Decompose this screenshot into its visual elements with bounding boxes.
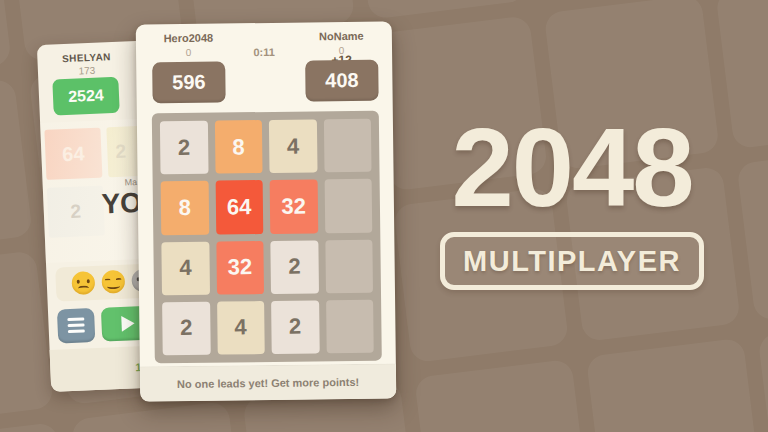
player2-score-box: 408: [305, 60, 378, 102]
emoji-frown-mouth: [78, 285, 89, 291]
empty-cell-r2c4: [324, 179, 372, 233]
emoji-eye: [77, 280, 80, 284]
tile-2-r4c1: 2: [162, 301, 210, 355]
front-grid[interactable]: 284864324322242: [152, 111, 382, 364]
tile-2-r3c3: 2: [270, 240, 318, 294]
background-tile: [0, 422, 75, 432]
menu-button[interactable]: [57, 308, 95, 344]
tile-2-r4c3: 2: [271, 300, 319, 354]
round-end-message-fragment: YO: [101, 187, 143, 221]
emoji-smile-mouth: [107, 283, 120, 290]
front-game-card: Hero2048 0 0:11 NoName 0 +12 596 408 284…: [136, 21, 397, 401]
background-tile: [351, 0, 527, 20]
background-tile: [586, 338, 762, 432]
hamburger-icon: [68, 329, 85, 333]
tile-4-r1c3: 4: [269, 119, 317, 173]
tile-8-r1c2: 8: [214, 120, 262, 174]
background-tile: [736, 145, 768, 321]
brand-subtitle: MULTIPLAYER: [463, 245, 681, 278]
background-tile: [758, 317, 768, 432]
empty-cell-r1c4: [323, 119, 371, 173]
background-tile: [0, 0, 12, 83]
back-player-score-box: 2524: [52, 77, 119, 116]
player2-name: NoName: [305, 30, 378, 43]
tile-8-r2c1: 8: [161, 181, 209, 235]
emoji-eye: [87, 279, 90, 283]
tile-4-r4c2: 4: [217, 301, 265, 355]
play-icon: [121, 315, 135, 332]
background-tile: [414, 359, 590, 432]
empty-cell-r4c4: [326, 299, 374, 353]
background-tile: [0, 79, 33, 255]
tile-4-r3c1: 4: [161, 241, 209, 295]
tile-64-r2c2: 64: [215, 180, 263, 234]
branding-block: 2048 MULTIPLAYER: [440, 116, 704, 290]
brand-subtitle-frame: MULTIPLAYER: [440, 232, 704, 290]
round-end-caption-fragment: Ma: [124, 177, 137, 188]
player1-name: Hero2048: [152, 31, 225, 44]
brand-title: 2048: [440, 116, 704, 219]
emoji-eye: [116, 278, 122, 282]
background-tile: [715, 0, 768, 149]
frown-emoji-button[interactable]: [71, 271, 95, 295]
hamburger-icon: [68, 323, 85, 327]
wink-emoji-button[interactable]: [101, 270, 125, 294]
tile-32-r2c3: 32: [270, 180, 318, 234]
empty-cell-r3c4: [325, 239, 373, 293]
player1-score-box: 596: [152, 61, 225, 103]
tile-2-r1c1: 2: [160, 121, 208, 175]
emoji-eye: [105, 278, 111, 282]
status-message-bar: No one leads yet! Get more points!: [140, 363, 396, 401]
hamburger-icon: [67, 317, 84, 321]
tile-32-r3c2: 32: [216, 241, 264, 295]
background-tile: [71, 401, 247, 432]
back-player-round-points: 173: [42, 63, 132, 78]
